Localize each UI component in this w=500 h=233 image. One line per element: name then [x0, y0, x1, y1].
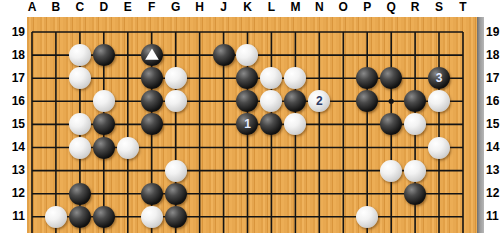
stone-black-G12[interactable]: [165, 183, 187, 205]
column-label-H: H: [190, 0, 210, 15]
stone-black-F16[interactable]: [141, 90, 163, 112]
row-label-right-19: 19: [486, 25, 500, 40]
column-label-T: T: [453, 0, 473, 15]
stone-black-C11[interactable]: [69, 206, 91, 228]
column-label-O: O: [333, 0, 353, 15]
go-board[interactable]: 312: [27, 17, 477, 233]
stone-black-F12[interactable]: [141, 183, 163, 205]
stone-black-C12[interactable]: [69, 183, 91, 205]
row-label-left-15: 15: [0, 117, 25, 132]
row-label-right-11: 11: [486, 209, 500, 224]
stone-white-C14[interactable]: [69, 137, 91, 159]
row-label-right-16: 16: [486, 94, 500, 109]
stone-white-G17[interactable]: [165, 67, 187, 89]
row-label-left-16: 16: [0, 94, 25, 109]
triangle-mark-icon: [141, 44, 163, 66]
column-label-N: N: [309, 0, 329, 15]
stone-white-C17[interactable]: [69, 67, 91, 89]
stone-black-D11[interactable]: [93, 206, 115, 228]
move-number-2: 2: [308, 90, 330, 112]
stone-white-C18[interactable]: [69, 44, 91, 66]
row-label-left-11: 11: [0, 209, 25, 224]
row-label-right-17: 17: [486, 71, 500, 86]
stone-black-R12[interactable]: [404, 183, 426, 205]
column-label-F: F: [142, 0, 162, 15]
stone-black-D18[interactable]: [93, 44, 115, 66]
stone-white-P11[interactable]: [356, 206, 378, 228]
stone-white-D16[interactable]: [93, 90, 115, 112]
vertical-scrollbar[interactable]: [477, 17, 484, 233]
stone-white-Q13[interactable]: [380, 160, 402, 182]
stone-black-G11[interactable]: [165, 206, 187, 228]
row-label-left-18: 18: [0, 48, 25, 63]
stone-white-R13[interactable]: [404, 160, 426, 182]
stone-black-K15[interactable]: 1: [236, 113, 258, 135]
column-label-J: J: [214, 0, 234, 15]
stone-white-E14[interactable]: [117, 137, 139, 159]
go-board-screen: ABCDEFGHJKLMNOPQRST 191817161514131211 1…: [0, 0, 500, 233]
row-label-left-19: 19: [0, 25, 25, 40]
column-label-R: R: [405, 0, 425, 15]
column-label-M: M: [285, 0, 305, 15]
row-label-left-12: 12: [0, 186, 25, 201]
stone-black-S17[interactable]: 3: [428, 67, 450, 89]
move-number-1: 1: [236, 113, 258, 135]
column-label-C: C: [70, 0, 90, 15]
column-label-E: E: [118, 0, 138, 15]
column-label-S: S: [429, 0, 449, 15]
row-label-right-15: 15: [486, 117, 500, 132]
row-label-left-17: 17: [0, 71, 25, 86]
stone-white-G16[interactable]: [165, 90, 187, 112]
column-label-D: D: [94, 0, 114, 15]
stone-black-J18[interactable]: [213, 44, 235, 66]
column-label-A: A: [22, 0, 42, 15]
stone-black-D14[interactable]: [93, 137, 115, 159]
stone-black-F18[interactable]: [141, 44, 163, 66]
stone-black-F17[interactable]: [141, 67, 163, 89]
row-label-left-14: 14: [0, 140, 25, 155]
row-label-right-13: 13: [486, 163, 500, 178]
stone-white-S14[interactable]: [428, 137, 450, 159]
column-label-L: L: [261, 0, 281, 15]
stone-black-F15[interactable]: [141, 113, 163, 135]
column-label-Q: Q: [381, 0, 401, 15]
column-label-P: P: [357, 0, 377, 15]
column-label-G: G: [166, 0, 186, 15]
stone-white-N16[interactable]: 2: [308, 90, 330, 112]
column-label-B: B: [46, 0, 66, 15]
stone-white-G13[interactable]: [165, 160, 187, 182]
star-point-Q16: [389, 99, 394, 104]
column-label-K: K: [237, 0, 257, 15]
row-label-right-14: 14: [486, 140, 500, 155]
row-label-right-18: 18: [486, 48, 500, 63]
row-label-right-12: 12: [486, 186, 500, 201]
move-number-3: 3: [428, 67, 450, 89]
row-label-left-13: 13: [0, 163, 25, 178]
stone-white-F11[interactable]: [141, 206, 163, 228]
stone-white-B11[interactable]: [45, 206, 67, 228]
